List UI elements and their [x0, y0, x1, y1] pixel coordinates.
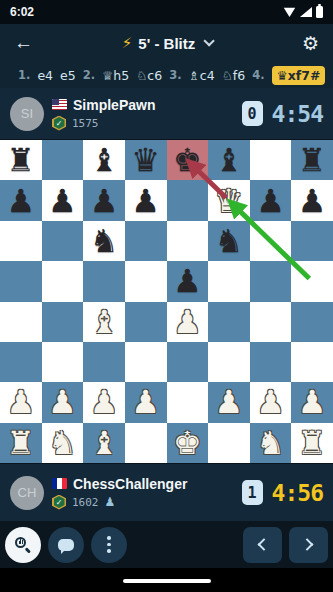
square-f1[interactable] [208, 423, 250, 463]
player-meta: ChessChallenger ✓ 1602 ♟ [52, 476, 242, 510]
black-bishop: ♝ [90, 144, 119, 176]
square-c4[interactable]: ♝ [83, 302, 125, 342]
square-b7[interactable]: ♟ [42, 180, 84, 220]
square-c7[interactable]: ♟ [83, 180, 125, 220]
white-rook: ♜ [298, 427, 327, 459]
black-king: ♚ [173, 144, 202, 176]
square-d8[interactable]: ♛ [125, 140, 167, 180]
white-knight: ♞ [256, 427, 285, 459]
square-f4[interactable] [208, 302, 250, 342]
move-number: 2. [83, 68, 95, 82]
black-pawn: ♟ [48, 185, 77, 217]
square-d7[interactable]: ♟ [125, 180, 167, 220]
player-card-top: SI SimplePawn ✓ 1575 0 4:54 [0, 88, 333, 140]
square-h5[interactable] [291, 261, 333, 301]
square-g2[interactable]: ♟ [250, 382, 292, 422]
square-f7[interactable]: ♛ [208, 180, 250, 220]
square-a4[interactable] [0, 302, 42, 342]
player-clock: 4:54 [272, 101, 323, 127]
white-bishop: ♝ [90, 427, 119, 459]
square-d6[interactable] [125, 221, 167, 261]
square-d5[interactable] [125, 261, 167, 301]
square-d2[interactable]: ♟ [125, 382, 167, 422]
black-bishop: ♝ [215, 144, 244, 176]
lightning-icon: ⚡ [122, 34, 133, 52]
chevron-down-icon [204, 35, 215, 46]
square-b8[interactable] [42, 140, 84, 180]
square-e4[interactable]: ♟ [167, 302, 209, 342]
black-knight: ♞ [90, 225, 119, 257]
white-pawn: ♟ [173, 306, 202, 338]
captured-pawn-icon: ♟ [105, 496, 116, 508]
square-e6[interactable] [167, 221, 209, 261]
chat-bubble-icon [58, 539, 74, 551]
back-button[interactable]: ← [14, 32, 54, 54]
verified-badge-icon: ✓ [52, 495, 66, 510]
analysis-magnifier-icon [15, 537, 31, 553]
square-g7[interactable]: ♟ [250, 180, 292, 220]
square-g4[interactable] [250, 302, 292, 342]
avatar[interactable]: CH [10, 476, 44, 510]
player-rating: 1602 [72, 496, 99, 509]
player-clock: 4:56 [272, 480, 323, 506]
move-token[interactable]: ♛xf7# [272, 66, 326, 85]
white-pawn: ♟ [215, 386, 244, 418]
analysis-button[interactable] [5, 527, 41, 563]
white-pawn: ♟ [90, 386, 119, 418]
black-pawn: ♟ [90, 185, 119, 217]
more-options-button[interactable] [91, 527, 127, 563]
square-g1[interactable]: ♞ [250, 423, 292, 463]
square-c5[interactable] [83, 261, 125, 301]
square-h3[interactable] [291, 342, 333, 382]
avatar[interactable]: SI [10, 97, 44, 131]
white-king: ♚ [173, 427, 202, 459]
white-queen: ♛ [215, 185, 244, 217]
game-mode-title: 5' - Blitz [138, 35, 195, 52]
move-token[interactable]: ♘c6 [136, 68, 162, 83]
square-c1[interactable]: ♝ [83, 423, 125, 463]
white-pawn: ♟ [6, 386, 35, 418]
square-d3[interactable] [125, 342, 167, 382]
black-pawn: ♟ [256, 185, 285, 217]
square-b3[interactable] [42, 342, 84, 382]
square-g8[interactable] [250, 140, 292, 180]
square-a2[interactable]: ♟ [0, 382, 42, 422]
move-token[interactable]: e4 [37, 68, 53, 83]
square-f5[interactable] [208, 261, 250, 301]
white-pawn: ♟ [131, 386, 160, 418]
square-c6[interactable]: ♞ [83, 221, 125, 261]
square-g6[interactable] [250, 221, 292, 261]
square-d1[interactable] [125, 423, 167, 463]
square-c8[interactable]: ♝ [83, 140, 125, 180]
black-pawn: ♟ [173, 265, 202, 297]
square-h2[interactable]: ♟ [291, 382, 333, 422]
square-a1[interactable]: ♜ [0, 423, 42, 463]
square-h7[interactable]: ♟ [291, 180, 333, 220]
black-pawn: ♟ [131, 185, 160, 217]
player-meta: SimplePawn ✓ 1575 [52, 97, 242, 131]
game-mode-selector[interactable]: ⚡ 5' - Blitz [54, 34, 279, 52]
score-badge: 1 [242, 480, 263, 505]
chevron-right-icon [301, 538, 314, 551]
black-rook: ♜ [6, 144, 35, 176]
square-g5[interactable] [250, 261, 292, 301]
player-name: SimplePawn [73, 97, 155, 113]
white-pawn: ♟ [256, 386, 285, 418]
square-e7[interactable] [167, 180, 209, 220]
gesture-area [0, 568, 333, 592]
square-g3[interactable] [250, 342, 292, 382]
battery-icon [316, 6, 323, 18]
chess-board: ♜♝♛♚♝♜♟♟♟♟♛♟♟♞♞♟♝♟♟♟♟♟♟♟♟♜♞♝♚♞♜ [0, 140, 333, 463]
square-c3[interactable] [83, 342, 125, 382]
black-pawn: ♟ [298, 185, 327, 217]
move-token[interactable]: e5 [60, 68, 76, 83]
square-a3[interactable] [0, 342, 42, 382]
status-time: 6:02 [10, 5, 34, 19]
cellular-signal-icon [300, 7, 312, 17]
black-knight: ♞ [215, 225, 244, 257]
chat-button[interactable] [48, 527, 84, 563]
square-f6[interactable]: ♞ [208, 221, 250, 261]
square-a8[interactable]: ♜ [0, 140, 42, 180]
black-rook: ♜ [298, 144, 327, 176]
prev-move-button[interactable] [243, 527, 282, 563]
move-number: 4. [252, 68, 264, 82]
move-token[interactable]: ♘f6 [222, 68, 246, 83]
home-indicator[interactable] [123, 579, 211, 583]
square-a6[interactable] [0, 221, 42, 261]
white-rook: ♜ [6, 427, 35, 459]
player-rating: 1575 [72, 117, 99, 130]
square-f2[interactable]: ♟ [208, 382, 250, 422]
square-e3[interactable] [167, 342, 209, 382]
square-f8[interactable]: ♝ [208, 140, 250, 180]
score-badge: 0 [242, 101, 263, 126]
player-card-bottom: CH ChessChallenger ✓ 1602 ♟ 1 4:56 [0, 463, 333, 521]
status-bar: 6:02 [0, 0, 333, 24]
square-b1[interactable]: ♞ [42, 423, 84, 463]
white-bishop: ♝ [90, 306, 119, 338]
square-h1[interactable]: ♜ [291, 423, 333, 463]
white-pawn: ♟ [298, 386, 327, 418]
square-b5[interactable] [42, 261, 84, 301]
move-list: 1.e4e52.♕h5♘c63.♗c4♘f64.♛xf7# [0, 62, 333, 88]
verified-badge-icon: ✓ [52, 116, 66, 131]
move-token[interactable]: ♗c4 [189, 68, 215, 83]
move-token[interactable]: ♕h5 [102, 68, 129, 83]
move-number: 1. [18, 68, 30, 82]
black-queen: ♛ [131, 144, 160, 176]
square-e5[interactable]: ♟ [167, 261, 209, 301]
flag-us-icon [52, 99, 67, 110]
black-pawn: ♟ [6, 185, 35, 217]
next-move-button[interactable] [289, 527, 328, 563]
square-b2[interactable]: ♟ [42, 382, 84, 422]
square-b4[interactable] [42, 302, 84, 342]
player-name: ChessChallenger [73, 476, 187, 492]
square-a5[interactable] [0, 261, 42, 301]
square-e2[interactable] [167, 382, 209, 422]
wifi-icon [283, 7, 296, 17]
square-c2[interactable]: ♟ [83, 382, 125, 422]
bottom-toolbar [0, 521, 333, 568]
status-icons [283, 6, 323, 18]
white-pawn: ♟ [48, 386, 77, 418]
square-e8[interactable]: ♚ [167, 140, 209, 180]
app-bar: ← ⚡ 5' - Blitz ⚙ [0, 24, 333, 62]
square-f3[interactable] [208, 342, 250, 382]
white-knight: ♞ [48, 427, 77, 459]
square-a7[interactable]: ♟ [0, 180, 42, 220]
move-number: 3. [169, 68, 181, 82]
settings-button[interactable]: ⚙ [279, 32, 319, 54]
app-screen: 6:02 ← ⚡ 5' - Blitz ⚙ 1.e4e52.♕h5♘c63.♗c… [0, 0, 333, 592]
flag-fr-icon [52, 478, 67, 489]
square-h8[interactable]: ♜ [291, 140, 333, 180]
square-d4[interactable] [125, 302, 167, 342]
square-h4[interactable] [291, 302, 333, 342]
chevron-left-icon [258, 538, 271, 551]
square-b6[interactable] [42, 221, 84, 261]
square-h6[interactable] [291, 221, 333, 261]
vertical-ellipsis-icon [107, 536, 111, 553]
square-e1[interactable]: ♚ [167, 423, 209, 463]
